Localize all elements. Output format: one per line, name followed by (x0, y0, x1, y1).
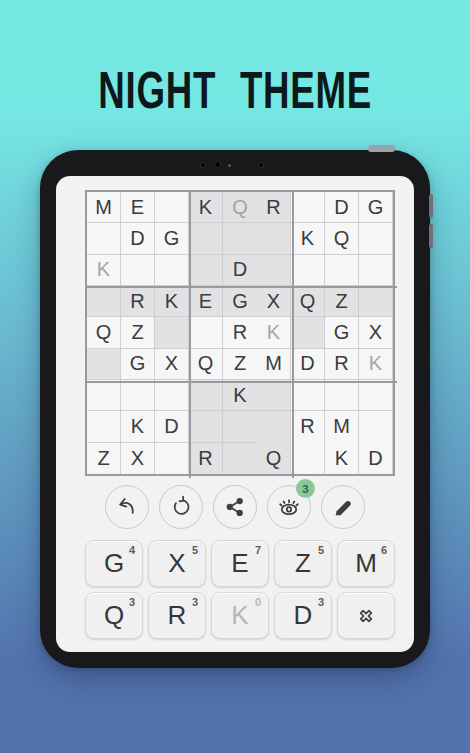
board-cell[interactable]: G (223, 286, 257, 317)
app-screen: MEKQRDGDGKQKDRKEGXQZQZRKGXGXQZMDRKKKDRMZ… (56, 176, 414, 652)
board-cell[interactable]: R (291, 411, 325, 442)
notes-pencil-button[interactable] (321, 485, 365, 529)
board-cell[interactable] (87, 380, 121, 411)
board-cell[interactable] (189, 255, 223, 286)
share-button[interactable] (213, 485, 257, 529)
board-cell[interactable] (291, 380, 325, 411)
board-cell[interactable] (359, 411, 393, 442)
board-cell[interactable]: Z (325, 286, 359, 317)
board-cell[interactable] (189, 317, 223, 348)
key-letter: R (168, 600, 187, 631)
board-cell[interactable]: Z (87, 443, 121, 474)
keypad-row: G4X5E7Z5M6 (85, 540, 395, 587)
board-cell[interactable] (223, 443, 257, 474)
board-cell[interactable] (87, 286, 121, 317)
board-cell[interactable]: G (155, 223, 189, 254)
board-cell[interactable]: Z (121, 317, 155, 348)
board-cell[interactable] (155, 443, 189, 474)
board-cell[interactable]: R (257, 192, 291, 223)
key-remaining-count: 3 (192, 596, 198, 608)
board-cell[interactable] (359, 286, 393, 317)
board-cell[interactable]: Q (223, 192, 257, 223)
letter-key-R[interactable]: R3 (148, 592, 206, 639)
letter-key-Z[interactable]: Z5 (274, 540, 332, 587)
letter-key-M[interactable]: M6 (337, 540, 395, 587)
board-cell[interactable]: Q (189, 349, 223, 380)
board-cell[interactable] (155, 317, 189, 348)
action-toolbar: 3 (56, 485, 414, 529)
key-letter: Q (104, 600, 124, 631)
board-cell[interactable] (257, 380, 291, 411)
board-cell[interactable]: M (325, 411, 359, 442)
key-letter: M (355, 548, 377, 579)
board-cell[interactable] (189, 411, 223, 442)
board-cell[interactable] (257, 411, 291, 442)
board-cell[interactable]: X (121, 443, 155, 474)
board-cell[interactable]: E (121, 192, 155, 223)
board-cell[interactable]: K (121, 411, 155, 442)
board-cell[interactable] (325, 380, 359, 411)
board-cell[interactable]: D (291, 349, 325, 380)
board-cell[interactable]: D (223, 255, 257, 286)
board-cell[interactable]: D (155, 411, 189, 442)
key-remaining-count: 5 (318, 544, 324, 556)
board-cell[interactable] (87, 223, 121, 254)
board-cell[interactable]: Q (325, 223, 359, 254)
board-cell[interactable] (189, 380, 223, 411)
board-cell[interactable]: M (87, 192, 121, 223)
board-cell[interactable]: Q (291, 286, 325, 317)
board-cell[interactable] (359, 255, 393, 286)
tablet-mockup: MEKQRDGDGKQKDRKEGXQZQZRKGXGXQZMDRKKKDRMZ… (40, 150, 430, 668)
tablet-sensor-dot (228, 164, 231, 167)
tablet-camera-dot (200, 162, 206, 168)
restart-icon (169, 495, 193, 519)
tablet-volume-down-button (429, 224, 433, 248)
board-cell[interactable]: R (189, 443, 223, 474)
letter-key-X[interactable]: X5 (148, 540, 206, 587)
board-cell[interactable]: G (121, 349, 155, 380)
board-cell[interactable] (121, 255, 155, 286)
board-cell[interactable] (257, 223, 291, 254)
letter-key-K[interactable]: K0 (211, 592, 269, 639)
delete-key[interactable] (337, 592, 395, 639)
share-icon (223, 495, 247, 519)
key-letter: X (168, 548, 185, 579)
board-cell[interactable]: G (325, 317, 359, 348)
board-cell[interactable] (87, 411, 121, 442)
restart-button[interactable] (159, 485, 203, 529)
board-cell[interactable]: G (359, 192, 393, 223)
board-cell[interactable]: Q (87, 317, 121, 348)
board-cell[interactable] (291, 443, 325, 474)
key-remaining-count: 7 (255, 544, 261, 556)
key-remaining-count: 5 (192, 544, 198, 556)
board-cell[interactable]: X (359, 317, 393, 348)
board-cell[interactable] (87, 349, 121, 380)
tablet-power-button (368, 145, 395, 152)
board-cell[interactable] (291, 192, 325, 223)
tablet-camera-dot (214, 161, 221, 168)
board-cell[interactable] (155, 192, 189, 223)
hint-eye-icon (277, 495, 301, 519)
board-cell[interactable] (325, 255, 359, 286)
key-remaining-count: 0 (255, 596, 261, 608)
board-cell[interactable]: R (325, 349, 359, 380)
letter-key-Q[interactable]: Q3 (85, 592, 143, 639)
board-cell[interactable]: K (87, 255, 121, 286)
board-cell[interactable]: D (121, 223, 155, 254)
sudoku-board: MEKQRDGDGKQKDRKEGXQZQZRKGXGXQZMDRKKKDRMZ… (85, 190, 395, 476)
page-title: NIGHT THEME (0, 60, 470, 120)
letter-key-D[interactable]: D3 (274, 592, 332, 639)
board-cell[interactable]: K (189, 192, 223, 223)
board-cell[interactable] (155, 255, 189, 286)
hint-count-badge: 3 (296, 479, 315, 498)
letter-key-E[interactable]: E7 (211, 540, 269, 587)
board-cell[interactable] (189, 223, 223, 254)
board-cell[interactable]: D (359, 443, 393, 474)
board-cell[interactable] (223, 411, 257, 442)
board-cell[interactable] (223, 223, 257, 254)
keypad-row: Q3R3K0D3 (85, 592, 395, 639)
board-cell[interactable]: E (189, 286, 223, 317)
key-letter: G (104, 548, 124, 579)
key-letter: D (294, 600, 313, 631)
board-cell[interactable]: D (325, 192, 359, 223)
board-cell[interactable] (359, 223, 393, 254)
pencil-icon (331, 495, 355, 519)
board-cell[interactable] (359, 380, 393, 411)
board-cell[interactable]: K (359, 349, 393, 380)
key-remaining-count: 3 (318, 596, 324, 608)
board-cell[interactable]: X (257, 286, 291, 317)
board-cell[interactable]: R (223, 317, 257, 348)
board-cell[interactable]: Z (223, 349, 257, 380)
board-cell[interactable]: K (155, 286, 189, 317)
tablet-volume-up-button (429, 194, 433, 218)
letter-key-G[interactable]: G4 (85, 540, 143, 587)
board-cell[interactable]: K (223, 380, 257, 411)
board-cell[interactable]: M (257, 349, 291, 380)
undo-button[interactable] (105, 485, 149, 529)
board-cell[interactable] (155, 380, 189, 411)
key-remaining-count: 4 (129, 544, 135, 556)
board-cell[interactable]: Q (257, 443, 291, 474)
delete-x-icon (354, 604, 378, 628)
board-cell[interactable]: R (121, 286, 155, 317)
board-cell[interactable]: K (291, 223, 325, 254)
undo-icon (115, 495, 139, 519)
key-letter: K (231, 600, 248, 631)
board-cell[interactable] (257, 255, 291, 286)
hint-button[interactable]: 3 (267, 485, 311, 529)
board-cell[interactable] (121, 380, 155, 411)
board-cell[interactable] (291, 255, 325, 286)
tablet-camera-dot (258, 162, 264, 168)
letter-keypad: G4X5E7Z5M6 Q3R3K0D3 (85, 540, 395, 639)
board-cell[interactable] (291, 317, 325, 348)
key-letter: E (231, 548, 248, 579)
key-remaining-count: 6 (381, 544, 387, 556)
board-cell[interactable]: K (257, 317, 291, 348)
key-letter: Z (295, 548, 311, 579)
board-cell[interactable]: K (325, 443, 359, 474)
key-remaining-count: 3 (129, 596, 135, 608)
board-cell[interactable]: X (155, 349, 189, 380)
